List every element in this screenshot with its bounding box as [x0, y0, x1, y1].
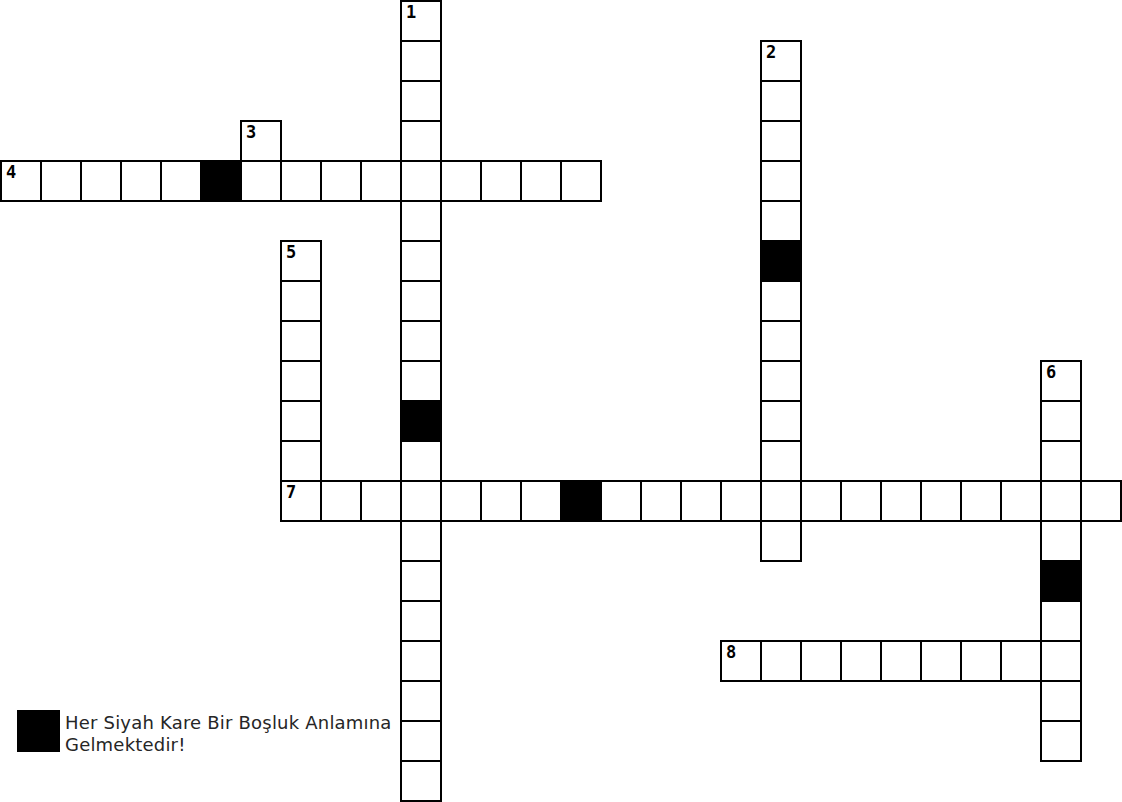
- crossword-cell[interactable]: [720, 480, 762, 522]
- block-cell: [400, 400, 442, 442]
- clue-number: 5: [286, 242, 296, 262]
- crossword-cell[interactable]: [960, 480, 1002, 522]
- crossword-cell[interactable]: [480, 160, 522, 202]
- legend-text: Her Siyah Kare Bir Boşluk Anlamına Gelme…: [65, 712, 392, 756]
- crossword-cell[interactable]: [320, 160, 362, 202]
- crossword-cell[interactable]: [440, 160, 482, 202]
- crossword-cell[interactable]: [400, 360, 442, 402]
- crossword-cell[interactable]: [400, 240, 442, 282]
- crossword-cell[interactable]: [520, 160, 562, 202]
- crossword-cell[interactable]: [400, 560, 442, 602]
- crossword-cell[interactable]: [880, 480, 922, 522]
- crossword-cell[interactable]: [760, 640, 802, 682]
- crossword-cell[interactable]: [360, 160, 402, 202]
- crossword-cell[interactable]: [400, 480, 442, 522]
- crossword-cell[interactable]: [400, 720, 442, 762]
- crossword-cell[interactable]: [400, 680, 442, 722]
- crossword-cell[interactable]: [480, 480, 522, 522]
- crossword-cell[interactable]: [440, 480, 482, 522]
- crossword-cell[interactable]: [360, 480, 402, 522]
- crossword-cell[interactable]: [320, 480, 362, 522]
- crossword-cell[interactable]: [760, 160, 802, 202]
- crossword-cell[interactable]: 7: [280, 480, 322, 522]
- crossword-cell[interactable]: 2: [760, 40, 802, 82]
- crossword-cell[interactable]: [920, 480, 962, 522]
- crossword-cell[interactable]: [760, 320, 802, 362]
- crossword-cell[interactable]: [120, 160, 162, 202]
- block-cell: [200, 160, 242, 202]
- clue-number: 4: [6, 162, 16, 182]
- crossword-page: 12345678 Her Siyah Kare Bir Boşluk Anlam…: [0, 0, 1122, 802]
- crossword-cell[interactable]: [40, 160, 82, 202]
- crossword-cell[interactable]: [280, 440, 322, 482]
- crossword-cell[interactable]: 6: [1040, 360, 1082, 402]
- crossword-cell[interactable]: [1000, 480, 1042, 522]
- crossword-cell[interactable]: [960, 640, 1002, 682]
- crossword-cell[interactable]: [840, 640, 882, 682]
- crossword-cell[interactable]: [840, 480, 882, 522]
- crossword-cell[interactable]: [400, 320, 442, 362]
- crossword-cell[interactable]: [760, 440, 802, 482]
- crossword-cell[interactable]: [880, 640, 922, 682]
- crossword-cell[interactable]: [760, 200, 802, 242]
- block-cell: [760, 240, 802, 282]
- crossword-cell[interactable]: [760, 480, 802, 522]
- crossword-cell[interactable]: [1040, 480, 1082, 522]
- crossword-cell[interactable]: [1000, 640, 1042, 682]
- crossword-cell[interactable]: [1040, 440, 1082, 482]
- crossword-cell[interactable]: [760, 120, 802, 162]
- clue-number: 1: [406, 2, 416, 22]
- crossword-cell[interactable]: [80, 160, 122, 202]
- legend-black-square-icon: [17, 710, 60, 752]
- crossword-cell[interactable]: 1: [400, 0, 442, 42]
- clue-number: 2: [766, 42, 776, 62]
- crossword-cell[interactable]: 3: [240, 120, 282, 162]
- crossword-cell[interactable]: [1040, 520, 1082, 562]
- crossword-cell[interactable]: [640, 480, 682, 522]
- clue-number: 7: [286, 482, 296, 502]
- crossword-cell[interactable]: [560, 160, 602, 202]
- crossword-cell[interactable]: [240, 160, 282, 202]
- crossword-cell[interactable]: [400, 440, 442, 482]
- crossword-cell[interactable]: [1080, 480, 1122, 522]
- crossword-cell[interactable]: [760, 280, 802, 322]
- crossword-cell[interactable]: [160, 160, 202, 202]
- crossword-cell[interactable]: [280, 280, 322, 322]
- crossword-cell[interactable]: [520, 480, 562, 522]
- crossword-cell[interactable]: [400, 80, 442, 122]
- crossword-cell[interactable]: [280, 360, 322, 402]
- crossword-cell[interactable]: [400, 120, 442, 162]
- crossword-cell[interactable]: [400, 280, 442, 322]
- crossword-cell[interactable]: [400, 600, 442, 642]
- crossword-cell[interactable]: [800, 640, 842, 682]
- clue-number: 3: [246, 122, 256, 142]
- crossword-board: 12345678: [0, 0, 1122, 802]
- crossword-cell[interactable]: [400, 640, 442, 682]
- legend-text-line1: Her Siyah Kare Bir Boşluk Anlamına: [65, 712, 392, 734]
- block-cell: [560, 480, 602, 522]
- crossword-cell[interactable]: [800, 480, 842, 522]
- crossword-cell[interactable]: [1040, 400, 1082, 442]
- crossword-cell[interactable]: [1040, 720, 1082, 762]
- crossword-cell[interactable]: [1040, 600, 1082, 642]
- legend: Her Siyah Kare Bir Boşluk Anlamına Gelme…: [17, 710, 392, 756]
- crossword-cell[interactable]: [400, 200, 442, 242]
- clue-number: 6: [1046, 362, 1056, 382]
- crossword-cell[interactable]: [600, 480, 642, 522]
- crossword-cell[interactable]: [400, 520, 442, 562]
- crossword-cell[interactable]: [400, 760, 442, 802]
- legend-text-line2: Gelmektedir!: [65, 734, 392, 756]
- crossword-cell[interactable]: [280, 160, 322, 202]
- crossword-cell[interactable]: [760, 400, 802, 442]
- block-cell: [1040, 560, 1082, 602]
- crossword-cell[interactable]: [680, 480, 722, 522]
- crossword-cell[interactable]: 4: [0, 160, 42, 202]
- crossword-cell[interactable]: [920, 640, 962, 682]
- crossword-cell[interactable]: [760, 360, 802, 402]
- crossword-cell[interactable]: [280, 400, 322, 442]
- crossword-cell[interactable]: [280, 320, 322, 362]
- clue-number: 8: [726, 642, 736, 662]
- crossword-cell[interactable]: 8: [720, 640, 762, 682]
- crossword-cell[interactable]: [400, 160, 442, 202]
- crossword-cell[interactable]: [760, 80, 802, 122]
- crossword-cell[interactable]: [1040, 640, 1082, 682]
- crossword-cell[interactable]: [400, 40, 442, 82]
- crossword-cell[interactable]: 5: [280, 240, 322, 282]
- crossword-cell[interactable]: [1040, 680, 1082, 722]
- crossword-cell[interactable]: [760, 520, 802, 562]
